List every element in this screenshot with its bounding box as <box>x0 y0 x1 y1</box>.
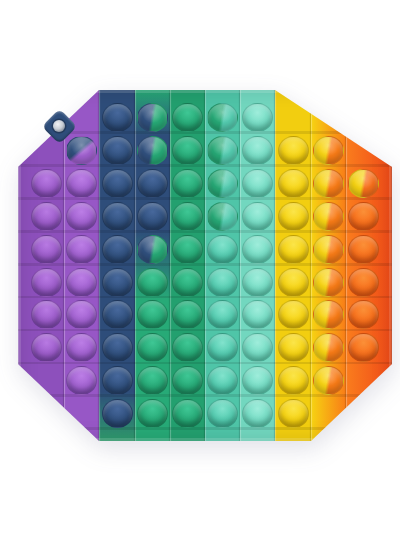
bubble-r6c9[interactable] <box>313 268 344 297</box>
bubble-r6c5[interactable] <box>172 268 203 297</box>
bubble-r4c3[interactable] <box>102 202 133 231</box>
grommet-hole <box>53 120 65 132</box>
bubble-r4c10[interactable] <box>348 202 379 231</box>
bubble-r6c7[interactable] <box>242 268 273 297</box>
bubble-r9c4[interactable] <box>137 366 168 395</box>
bubble-r6c1[interactable] <box>31 268 62 297</box>
bubble-r1c3[interactable] <box>102 103 133 132</box>
bubble-r4c7[interactable] <box>242 202 273 231</box>
bubble-r5c2[interactable] <box>66 235 97 264</box>
popit-board <box>18 90 392 441</box>
bubble-r8c9[interactable] <box>313 333 344 362</box>
bubble-r10c4[interactable] <box>137 399 168 428</box>
bubble-r8c10[interactable] <box>348 333 379 362</box>
stripe-orange <box>346 90 392 441</box>
bubble-r9c3[interactable] <box>102 366 133 395</box>
bubble-r10c8[interactable] <box>278 399 309 428</box>
bubble-r5c4[interactable] <box>137 235 168 264</box>
bubble-r3c5[interactable] <box>172 169 203 198</box>
bubble-r5c5[interactable] <box>172 235 203 264</box>
bubble-r8c5[interactable] <box>172 333 203 362</box>
bubble-r3c3[interactable] <box>102 169 133 198</box>
bubble-r10c6[interactable] <box>207 399 238 428</box>
bubble-r4c2[interactable] <box>66 202 97 231</box>
bubble-r2c3[interactable] <box>102 136 133 165</box>
bubble-r9c9[interactable] <box>313 366 344 395</box>
bubble-r3c7[interactable] <box>242 169 273 198</box>
bubble-r10c3[interactable] <box>102 399 133 428</box>
board-shadow-wrap <box>0 0 400 546</box>
bubble-r3c10[interactable] <box>348 169 379 198</box>
bubble-r4c6[interactable] <box>207 202 238 231</box>
bubble-r8c3[interactable] <box>102 333 133 362</box>
bubble-r2c2[interactable] <box>66 136 97 165</box>
bubble-r5c9[interactable] <box>313 235 344 264</box>
bubble-r5c8[interactable] <box>278 235 309 264</box>
bubble-r1c5[interactable] <box>172 103 203 132</box>
bubble-r7c4[interactable] <box>137 300 168 329</box>
bubble-r6c2[interactable] <box>66 268 97 297</box>
bubble-r5c3[interactable] <box>102 235 133 264</box>
bubble-r4c5[interactable] <box>172 202 203 231</box>
bubble-r6c8[interactable] <box>278 268 309 297</box>
bubble-r7c3[interactable] <box>102 300 133 329</box>
bubble-r5c7[interactable] <box>242 235 273 264</box>
product-photo-canvas <box>0 0 400 546</box>
bubble-r2c6[interactable] <box>207 136 238 165</box>
bubble-r2c7[interactable] <box>242 136 273 165</box>
bubble-r2c5[interactable] <box>172 136 203 165</box>
stripe-purple-1 <box>18 90 64 441</box>
bubble-r5c6[interactable] <box>207 235 238 264</box>
bubble-r4c1[interactable] <box>31 202 62 231</box>
bubble-r1c6[interactable] <box>207 103 238 132</box>
bubble-r3c4[interactable] <box>137 169 168 198</box>
bubble-r6c4[interactable] <box>137 268 168 297</box>
bubble-r2c8[interactable] <box>278 136 309 165</box>
bubble-r9c5[interactable] <box>172 366 203 395</box>
bubble-r3c9[interactable] <box>313 169 344 198</box>
bubble-r4c8[interactable] <box>278 202 309 231</box>
bubble-r4c4[interactable] <box>137 202 168 231</box>
bubble-r2c4[interactable] <box>137 136 168 165</box>
bubble-r3c2[interactable] <box>66 169 97 198</box>
bubble-r5c10[interactable] <box>348 235 379 264</box>
bubble-r3c8[interactable] <box>278 169 309 198</box>
bubble-r10c5[interactable] <box>172 399 203 428</box>
bubble-r6c6[interactable] <box>207 268 238 297</box>
bubble-r1c4[interactable] <box>137 103 168 132</box>
bubble-r3c1[interactable] <box>31 169 62 198</box>
bubble-r7c9[interactable] <box>313 300 344 329</box>
bubble-r9c8[interactable] <box>278 366 309 395</box>
bubble-r6c10[interactable] <box>348 268 379 297</box>
bubble-r5c1[interactable] <box>31 235 62 264</box>
bubble-r7c8[interactable] <box>278 300 309 329</box>
bubble-r8c4[interactable] <box>137 333 168 362</box>
bubble-r2c9[interactable] <box>313 136 344 165</box>
bubble-r6c3[interactable] <box>102 268 133 297</box>
bubble-r4c9[interactable] <box>313 202 344 231</box>
bubble-r3c6[interactable] <box>207 169 238 198</box>
bubble-r8c8[interactable] <box>278 333 309 362</box>
